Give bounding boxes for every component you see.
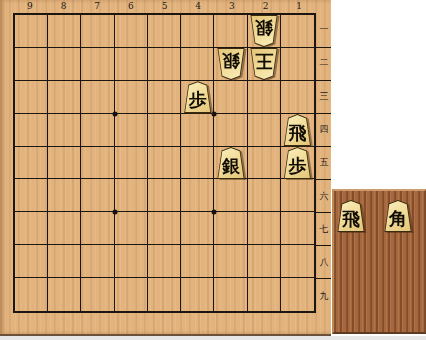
board-cell[interactable] [81, 15, 114, 48]
rank-label: 五 [317, 146, 331, 179]
board-cell[interactable] [115, 212, 148, 245]
board-cell[interactable] [281, 212, 314, 245]
board-cell[interactable] [115, 81, 148, 114]
piece-silver-gote[interactable]: 銀 [249, 15, 279, 47]
rank-label: 一 [317, 13, 331, 46]
board-cell[interactable] [48, 114, 81, 147]
file-label: 8 [47, 1, 81, 12]
piece-kanji: 飛 [336, 200, 366, 232]
board-cell[interactable] [48, 245, 81, 278]
board-cell[interactable] [115, 48, 148, 81]
rank-label: 八 [317, 246, 331, 279]
board-cell[interactable] [115, 278, 148, 311]
board-cell[interactable] [214, 114, 247, 147]
piece-kanji: 銀 [216, 48, 246, 80]
board-cell[interactable] [81, 245, 114, 278]
piece-king-gote[interactable]: 王 [249, 48, 279, 80]
board-cell[interactable] [48, 212, 81, 245]
board-cell[interactable] [248, 114, 281, 147]
board-cell[interactable] [214, 81, 247, 114]
board-cell[interactable] [148, 147, 181, 180]
board-cell[interactable] [148, 81, 181, 114]
board-cell[interactable] [148, 212, 181, 245]
board-cell[interactable] [214, 212, 247, 245]
board-cell[interactable] [81, 179, 114, 212]
board-cell[interactable] [214, 278, 247, 311]
board-cell[interactable] [81, 147, 114, 180]
board-cell[interactable] [48, 278, 81, 311]
rank-label: 六 [317, 180, 331, 213]
rank-separator-tick [316, 146, 331, 147]
board-cell[interactable] [248, 81, 281, 114]
file-label: 2 [249, 1, 283, 12]
board-cell[interactable] [181, 245, 214, 278]
board-cell[interactable] [15, 81, 48, 114]
piece-kanji: 角 [383, 200, 413, 232]
rank-label: 九 [317, 280, 331, 313]
shogi-board: 987654321 一二三四五六七八九 銀銀王歩飛銀歩 [0, 0, 331, 336]
rank-separator-tick [316, 179, 331, 180]
board-cell[interactable] [81, 48, 114, 81]
piece-kanji: 王 [249, 48, 279, 80]
board-cell[interactable] [15, 212, 48, 245]
board-cell[interactable] [181, 15, 214, 48]
rank-separator-tick [316, 245, 331, 246]
file-label: 3 [215, 1, 249, 12]
file-labels: 987654321 [13, 1, 316, 12]
rank-separator-tick [316, 80, 331, 81]
piece-kanji: 銀 [216, 147, 246, 179]
piece-kanji: 歩 [183, 81, 213, 113]
board-cell[interactable] [115, 15, 148, 48]
star-point [112, 111, 117, 116]
board-cell[interactable] [214, 179, 247, 212]
star-point [112, 210, 117, 215]
board-cell[interactable] [148, 15, 181, 48]
file-label: 9 [13, 1, 47, 12]
board-cell[interactable] [181, 212, 214, 245]
shogi-diagram: 987654321 一二三四五六七八九 銀銀王歩飛銀歩 飛角 [0, 0, 426, 340]
piece-rook-sente[interactable]: 飛 [282, 114, 312, 146]
board-cell[interactable] [48, 48, 81, 81]
file-label: 7 [80, 1, 114, 12]
board-cell[interactable] [248, 179, 281, 212]
rank-label: 七 [317, 213, 331, 246]
board-cell[interactable] [181, 278, 214, 311]
board-cell[interactable] [48, 81, 81, 114]
board-cell[interactable] [148, 179, 181, 212]
board-cell[interactable] [15, 147, 48, 180]
board-cell[interactable] [281, 48, 314, 81]
file-label: 1 [282, 1, 316, 12]
board-cell[interactable] [248, 245, 281, 278]
board-cell[interactable] [15, 114, 48, 147]
board-cell[interactable] [148, 245, 181, 278]
board-cell[interactable] [81, 81, 114, 114]
board-cell[interactable] [48, 15, 81, 48]
board-cell[interactable] [48, 179, 81, 212]
board-cell[interactable] [248, 147, 281, 180]
board-cell[interactable] [15, 278, 48, 311]
piece-kanji: 銀 [249, 15, 279, 47]
board-cell[interactable] [81, 114, 114, 147]
board-cell[interactable] [115, 179, 148, 212]
board-cell[interactable] [148, 114, 181, 147]
star-point [212, 210, 217, 215]
board-cell[interactable] [115, 114, 148, 147]
board-cell[interactable] [248, 278, 281, 311]
board-cell[interactable] [115, 147, 148, 180]
piece-bishop-sente[interactable]: 角 [383, 200, 413, 232]
rank-separator-tick [316, 278, 331, 279]
piece-silver-gote[interactable]: 銀 [216, 48, 246, 80]
rank-labels: 一二三四五六七八九 [317, 13, 331, 313]
board-cell[interactable] [15, 15, 48, 48]
file-label: 4 [181, 1, 215, 12]
board-cell[interactable] [15, 179, 48, 212]
board-cell[interactable] [148, 278, 181, 311]
piece-kanji: 歩 [282, 147, 312, 179]
board-cell[interactable] [81, 212, 114, 245]
rank-separator-tick [316, 47, 331, 48]
board-cell[interactable] [81, 278, 114, 311]
board-cell[interactable] [214, 245, 247, 278]
board-cell[interactable] [181, 48, 214, 81]
rank-label: 三 [317, 80, 331, 113]
board-cell[interactable] [281, 245, 314, 278]
file-label: 5 [148, 1, 182, 12]
board-cell[interactable] [48, 147, 81, 180]
piece-pawn-sente[interactable]: 歩 [183, 81, 213, 113]
piece-kanji: 飛 [282, 114, 312, 146]
rank-separator-tick [316, 113, 331, 114]
piece-pawn-sente[interactable]: 歩 [282, 147, 312, 179]
piece-rook-sente[interactable]: 飛 [336, 200, 366, 232]
board-cell[interactable] [181, 114, 214, 147]
window-edge [0, 336, 426, 340]
rank-label: 二 [317, 46, 331, 79]
board-cell[interactable] [281, 278, 314, 311]
board-cell[interactable] [148, 48, 181, 81]
board-cell[interactable] [115, 245, 148, 278]
board-cell[interactable] [281, 179, 314, 212]
board-cell[interactable] [15, 245, 48, 278]
board-cell[interactable] [181, 179, 214, 212]
file-label: 6 [114, 1, 148, 12]
rank-label: 四 [317, 113, 331, 146]
board-cell[interactable] [181, 147, 214, 180]
board-cell[interactable] [15, 48, 48, 81]
board-cell[interactable] [281, 81, 314, 114]
rank-separator-tick [316, 212, 331, 213]
board-cell[interactable] [214, 15, 247, 48]
sente-hand-tray: 飛角 [332, 189, 426, 334]
piece-silver-sente[interactable]: 銀 [216, 147, 246, 179]
board-cell[interactable] [248, 212, 281, 245]
board-cell[interactable] [281, 15, 314, 48]
